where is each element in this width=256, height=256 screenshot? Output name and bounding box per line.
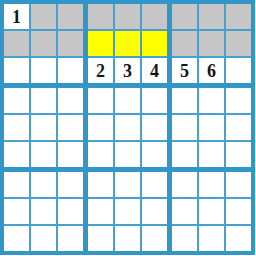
cell-r1c1[interactable]: 1 [4, 4, 29, 29]
cell-r9c9[interactable] [226, 226, 251, 251]
cell-r4c3[interactable] [58, 88, 83, 113]
cell-r6c3[interactable] [58, 142, 83, 167]
cell-r4c4[interactable] [88, 88, 113, 113]
cell-r2c2[interactable] [31, 31, 56, 56]
cell-r5c1[interactable] [4, 115, 29, 140]
cell-r7c2[interactable] [31, 172, 56, 197]
cell-r7c7[interactable] [172, 172, 197, 197]
cell-r9c7[interactable] [172, 226, 197, 251]
cell-r3c3[interactable] [58, 58, 83, 83]
cell-r6c8[interactable] [199, 142, 224, 167]
cell-r5c2[interactable] [31, 115, 56, 140]
cell-r9c4[interactable] [88, 226, 113, 251]
cell-r4c5[interactable] [115, 88, 140, 113]
cell-r1c6[interactable] [142, 4, 167, 29]
cell-r8c2[interactable] [31, 199, 56, 224]
cell-r2c3[interactable] [58, 31, 83, 56]
box-7 [4, 172, 83, 251]
box-2: 234 [88, 4, 167, 83]
box-5 [88, 88, 167, 167]
cell-r5c9[interactable] [226, 115, 251, 140]
cell-r3c7[interactable]: 5 [172, 58, 197, 83]
cell-r2c5[interactable] [115, 31, 140, 56]
cell-r9c5[interactable] [115, 226, 140, 251]
cell-r7c1[interactable] [4, 172, 29, 197]
cell-r4c2[interactable] [31, 88, 56, 113]
cell-r8c3[interactable] [58, 199, 83, 224]
cell-r8c7[interactable] [172, 199, 197, 224]
sudoku-board: 123456 [0, 0, 255, 255]
cell-r3c1[interactable] [4, 58, 29, 83]
cell-r1c3[interactable] [58, 4, 83, 29]
cell-r3c9[interactable] [226, 58, 251, 83]
box-6 [172, 88, 251, 167]
cell-r5c6[interactable] [142, 115, 167, 140]
cell-r6c4[interactable] [88, 142, 113, 167]
cell-r2c4[interactable] [88, 31, 113, 56]
cell-r6c5[interactable] [115, 142, 140, 167]
cell-r9c6[interactable] [142, 226, 167, 251]
cell-r1c9[interactable] [226, 4, 251, 29]
box-8 [88, 172, 167, 251]
cell-r3c6[interactable]: 4 [142, 58, 167, 83]
cell-r7c5[interactable] [115, 172, 140, 197]
cell-r4c6[interactable] [142, 88, 167, 113]
cell-r9c8[interactable] [199, 226, 224, 251]
cell-r8c9[interactable] [226, 199, 251, 224]
cell-r7c6[interactable] [142, 172, 167, 197]
puzzle-page: 123456 [0, 0, 256, 256]
cell-r2c6[interactable] [142, 31, 167, 56]
box-1: 1 [4, 4, 83, 83]
cell-r6c2[interactable] [31, 142, 56, 167]
cell-r8c1[interactable] [4, 199, 29, 224]
cell-r3c2[interactable] [31, 58, 56, 83]
cell-r1c5[interactable] [115, 4, 140, 29]
cell-r8c5[interactable] [115, 199, 140, 224]
cell-r6c7[interactable] [172, 142, 197, 167]
cell-r8c6[interactable] [142, 199, 167, 224]
cell-r4c1[interactable] [4, 88, 29, 113]
cell-r7c9[interactable] [226, 172, 251, 197]
cell-r8c8[interactable] [199, 199, 224, 224]
cell-r3c4[interactable]: 2 [88, 58, 113, 83]
cell-r4c9[interactable] [226, 88, 251, 113]
cell-r2c1[interactable] [4, 31, 29, 56]
cell-r4c8[interactable] [199, 88, 224, 113]
cell-r4c7[interactable] [172, 88, 197, 113]
cell-r1c2[interactable] [31, 4, 56, 29]
cell-r1c8[interactable] [199, 4, 224, 29]
box-4 [4, 88, 83, 167]
cell-r1c7[interactable] [172, 4, 197, 29]
cell-r6c6[interactable] [142, 142, 167, 167]
cell-r5c7[interactable] [172, 115, 197, 140]
cell-r6c9[interactable] [226, 142, 251, 167]
cell-r7c4[interactable] [88, 172, 113, 197]
cell-r5c3[interactable] [58, 115, 83, 140]
cell-r6c1[interactable] [4, 142, 29, 167]
cell-r5c8[interactable] [199, 115, 224, 140]
cell-r2c9[interactable] [226, 31, 251, 56]
box-9 [172, 172, 251, 251]
cell-r2c7[interactable] [172, 31, 197, 56]
cell-r3c8[interactable]: 6 [199, 58, 224, 83]
cell-r5c5[interactable] [115, 115, 140, 140]
cell-r9c3[interactable] [58, 226, 83, 251]
cell-r8c4[interactable] [88, 199, 113, 224]
cell-r1c4[interactable] [88, 4, 113, 29]
cell-r7c3[interactable] [58, 172, 83, 197]
cell-r9c1[interactable] [4, 226, 29, 251]
cell-r3c5[interactable]: 3 [115, 58, 140, 83]
box-3: 56 [172, 4, 251, 83]
cell-r5c4[interactable] [88, 115, 113, 140]
cell-r2c8[interactable] [199, 31, 224, 56]
cell-r9c2[interactable] [31, 226, 56, 251]
cell-r7c8[interactable] [199, 172, 224, 197]
